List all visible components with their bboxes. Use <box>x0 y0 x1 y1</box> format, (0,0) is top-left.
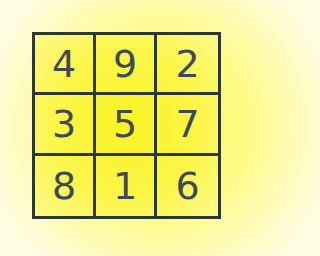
cell-r3c2: 1 <box>96 156 157 216</box>
cell-r3c1: 8 <box>35 156 96 216</box>
cell-r2c1: 3 <box>35 95 96 155</box>
cell-r1c2: 9 <box>96 35 157 95</box>
cell-r3c3: 6 <box>157 156 218 216</box>
cell-r1c3: 2 <box>157 35 218 95</box>
magic-square-board: 4 9 2 3 5 7 8 1 6 <box>32 32 221 219</box>
cell-r2c2: 5 <box>96 95 157 155</box>
cell-r2c3: 7 <box>157 95 218 155</box>
cell-r1c1: 4 <box>35 35 96 95</box>
